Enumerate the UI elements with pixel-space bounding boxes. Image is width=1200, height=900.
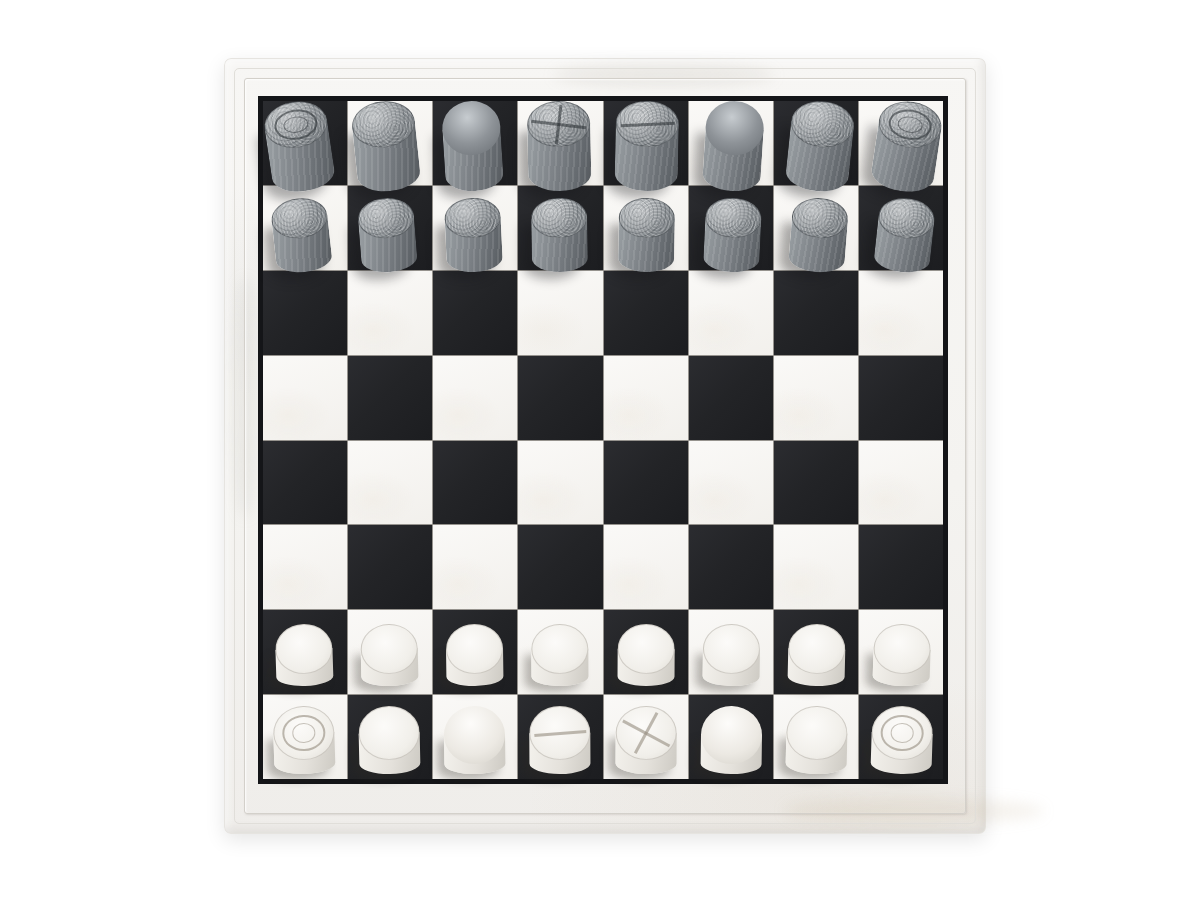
square-g2[interactable] (774, 610, 858, 694)
square-h1[interactable] (859, 695, 943, 779)
square-f8[interactable] (689, 101, 773, 185)
piece-white-knight-b1[interactable] (358, 705, 421, 774)
piece-white-pawn-a2[interactable] (275, 623, 334, 687)
square-e5[interactable] (604, 356, 688, 440)
piece-white-pawn-h2[interactable] (872, 623, 931, 687)
piece-white-king-e1[interactable] (615, 706, 676, 774)
piece-black-pawn-e7[interactable] (618, 197, 675, 272)
square-e4[interactable] (604, 441, 688, 525)
square-h5[interactable] (859, 356, 943, 440)
square-b3[interactable] (348, 525, 432, 609)
piece-white-pawn-f2[interactable] (702, 624, 760, 687)
square-e6[interactable] (604, 271, 688, 355)
square-d4[interactable] (518, 441, 602, 525)
square-d7[interactable] (518, 186, 602, 270)
piece-black-pawn-b7[interactable] (357, 196, 419, 274)
square-d1[interactable] (518, 695, 602, 779)
piece-white-rook-h1[interactable] (870, 705, 933, 775)
square-a2[interactable] (263, 610, 347, 694)
square-g8[interactable] (774, 101, 858, 185)
piece-white-pawn-e2[interactable] (617, 624, 674, 686)
piece-black-pawn-c7[interactable] (444, 197, 503, 274)
piece-white-pawn-b2[interactable] (360, 623, 418, 686)
square-f3[interactable] (689, 525, 773, 609)
square-h3[interactable] (859, 525, 943, 609)
square-c7[interactable] (433, 186, 517, 270)
piece-black-knight-b8[interactable] (350, 98, 422, 194)
piece-black-rook-h8[interactable] (869, 97, 944, 195)
square-b8[interactable] (348, 101, 432, 185)
piece-black-rook-a8[interactable] (261, 97, 336, 195)
square-d6[interactable] (518, 271, 602, 355)
piece-black-knight-g8[interactable] (784, 98, 856, 194)
piece-white-knight-g1[interactable] (785, 705, 848, 774)
square-g4[interactable] (774, 441, 858, 525)
square-a5[interactable] (263, 356, 347, 440)
square-a8[interactable] (263, 101, 347, 185)
square-d3[interactable] (518, 525, 602, 609)
square-e1[interactable] (604, 695, 688, 779)
piece-black-pawn-a7[interactable] (270, 195, 334, 275)
piece-black-pawn-f7[interactable] (703, 197, 762, 274)
square-d2[interactable] (518, 610, 602, 694)
piece-black-king-d8[interactable] (527, 100, 592, 191)
piece-top-bishop-mark (700, 706, 762, 765)
square-e3[interactable] (604, 525, 688, 609)
piece-white-bishop-f1[interactable] (700, 706, 762, 775)
square-g7[interactable] (774, 186, 858, 270)
square-c5[interactable] (433, 356, 517, 440)
square-h2[interactable] (859, 610, 943, 694)
piece-white-rook-a1[interactable] (273, 705, 336, 775)
marble-slab (224, 58, 986, 834)
square-g1[interactable] (774, 695, 858, 779)
square-a3[interactable] (263, 525, 347, 609)
piece-white-pawn-c2[interactable] (446, 624, 504, 687)
square-d8[interactable] (518, 101, 602, 185)
square-e7[interactable] (604, 186, 688, 270)
piece-top-pawn-mark (618, 197, 675, 238)
piece-white-pawn-d2[interactable] (532, 624, 589, 686)
square-h7[interactable] (859, 186, 943, 270)
square-a1[interactable] (263, 695, 347, 779)
square-f2[interactable] (689, 610, 773, 694)
square-c8[interactable] (433, 101, 517, 185)
square-f5[interactable] (689, 356, 773, 440)
piece-black-bishop-f8[interactable] (701, 99, 765, 192)
square-g3[interactable] (774, 525, 858, 609)
square-d5[interactable] (518, 356, 602, 440)
square-b6[interactable] (348, 271, 432, 355)
square-g6[interactable] (774, 271, 858, 355)
piece-top-pawn-mark (617, 624, 674, 674)
square-a7[interactable] (263, 186, 347, 270)
square-c6[interactable] (433, 271, 517, 355)
square-f4[interactable] (689, 441, 773, 525)
square-a4[interactable] (263, 441, 347, 525)
square-b4[interactable] (348, 441, 432, 525)
board-grid (258, 96, 948, 784)
square-b5[interactable] (348, 356, 432, 440)
square-b2[interactable] (348, 610, 432, 694)
square-h4[interactable] (859, 441, 943, 525)
square-c1[interactable] (433, 695, 517, 779)
square-b1[interactable] (348, 695, 432, 779)
square-f6[interactable] (689, 271, 773, 355)
square-h8[interactable] (859, 101, 943, 185)
square-e2[interactable] (604, 610, 688, 694)
piece-black-pawn-h7[interactable] (873, 195, 937, 275)
square-f7[interactable] (689, 186, 773, 270)
photo-background: Top-down photo of a square white marble … (0, 0, 1200, 900)
square-c3[interactable] (433, 525, 517, 609)
piece-white-bishop-c1[interactable] (444, 706, 506, 775)
piece-white-pawn-g2[interactable] (787, 623, 845, 686)
square-g5[interactable] (774, 356, 858, 440)
piece-black-pawn-g7[interactable] (788, 196, 850, 274)
piece-top-king-mark (615, 706, 676, 760)
piece-black-bishop-c8[interactable] (441, 99, 505, 192)
piece-black-queen-e8[interactable] (614, 100, 679, 191)
piece-top-pawn-mark (702, 624, 760, 675)
square-f1[interactable] (689, 695, 773, 779)
square-c4[interactable] (433, 441, 517, 525)
square-e8[interactable] (604, 101, 688, 185)
square-h6[interactable] (859, 271, 943, 355)
square-b7[interactable] (348, 186, 432, 270)
piece-black-pawn-d7[interactable] (531, 197, 588, 272)
piece-white-queen-d1[interactable] (530, 706, 591, 774)
square-a6[interactable] (263, 271, 347, 355)
square-c2[interactable] (433, 610, 517, 694)
